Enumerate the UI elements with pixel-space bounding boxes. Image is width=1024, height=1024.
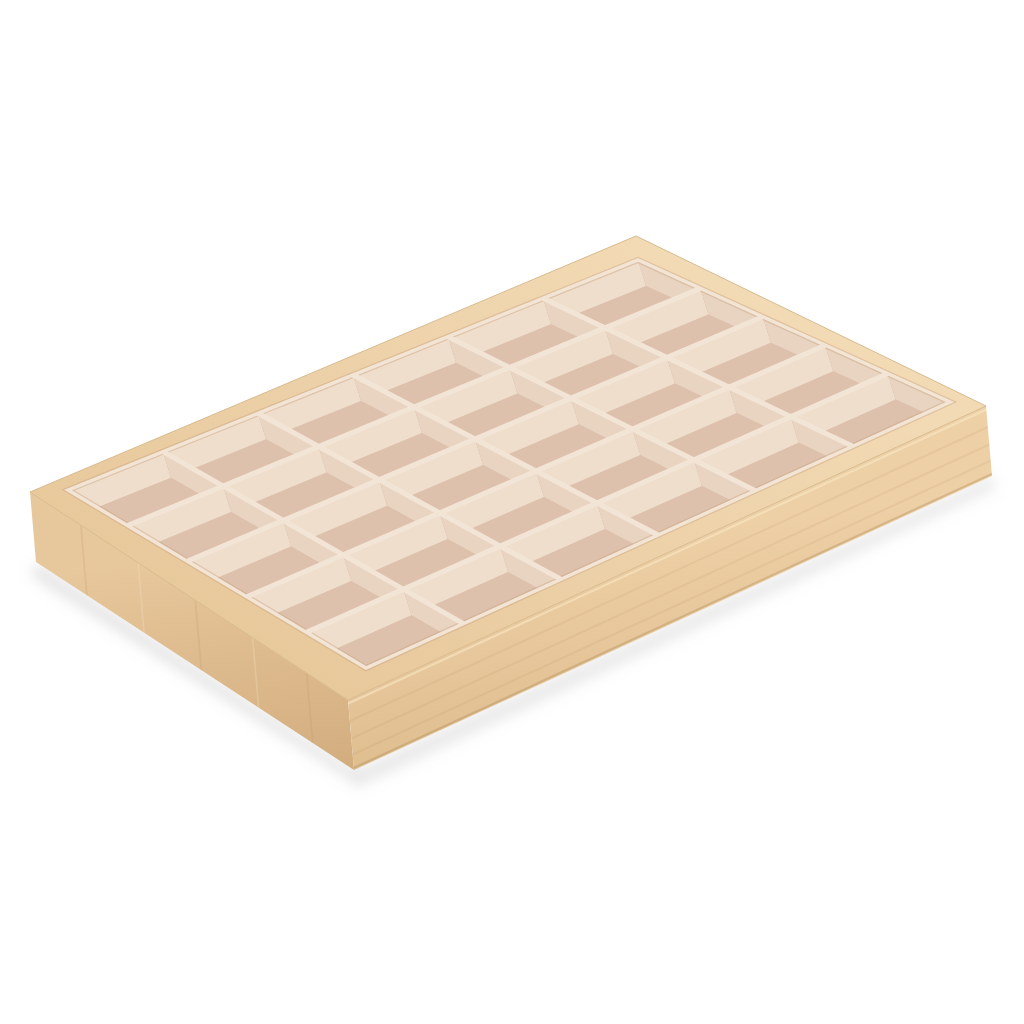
jewelry-tray-photo [0, 0, 1024, 1024]
product-photo [0, 0, 1024, 1024]
